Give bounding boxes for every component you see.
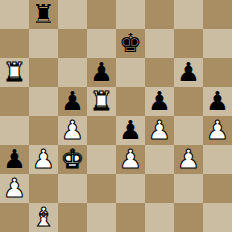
square-d6[interactable]: ♟ <box>87 58 116 87</box>
square-b6[interactable] <box>29 58 58 87</box>
black-pawn-piece: ♟ <box>119 116 142 145</box>
square-f5[interactable]: ♟ <box>145 87 174 116</box>
square-c3[interactable]: ♚ <box>58 145 87 174</box>
square-g4[interactable] <box>174 116 203 145</box>
square-e7[interactable]: ♚ <box>116 29 145 58</box>
square-g2[interactable] <box>174 174 203 203</box>
square-a5[interactable] <box>0 87 29 116</box>
square-f2[interactable] <box>145 174 174 203</box>
square-d7[interactable] <box>87 29 116 58</box>
square-d3[interactable] <box>87 145 116 174</box>
square-c5[interactable]: ♟ <box>58 87 87 116</box>
square-e5[interactable] <box>116 87 145 116</box>
square-e8[interactable] <box>116 0 145 29</box>
square-h6[interactable] <box>203 58 232 87</box>
square-a3[interactable]: ♟ <box>0 145 29 174</box>
square-f1[interactable] <box>145 203 174 232</box>
white-pawn-piece: ♟ <box>148 116 171 145</box>
square-f7[interactable] <box>145 29 174 58</box>
white-bishop-piece: ♝ <box>32 203 55 232</box>
square-c4[interactable]: ♟ <box>58 116 87 145</box>
white-pawn-piece: ♟ <box>32 145 55 174</box>
square-b2[interactable] <box>29 174 58 203</box>
black-pawn-piece: ♟ <box>3 145 26 174</box>
square-g3[interactable]: ♟ <box>174 145 203 174</box>
black-pawn-piece: ♟ <box>90 58 113 87</box>
square-b1[interactable]: ♝ <box>29 203 58 232</box>
square-g6[interactable]: ♟ <box>174 58 203 87</box>
square-h2[interactable] <box>203 174 232 203</box>
white-pawn-piece: ♟ <box>119 145 142 174</box>
square-a2[interactable]: ♟ <box>0 174 29 203</box>
square-h3[interactable] <box>203 145 232 174</box>
square-d4[interactable] <box>87 116 116 145</box>
square-c1[interactable] <box>58 203 87 232</box>
square-h1[interactable] <box>203 203 232 232</box>
white-pawn-piece: ♟ <box>3 174 26 203</box>
square-h8[interactable] <box>203 0 232 29</box>
white-pawn-piece: ♟ <box>206 116 229 145</box>
square-c8[interactable] <box>58 0 87 29</box>
square-g5[interactable] <box>174 87 203 116</box>
square-g1[interactable] <box>174 203 203 232</box>
square-b4[interactable] <box>29 116 58 145</box>
square-a6[interactable]: ♜ <box>0 58 29 87</box>
white-pawn-piece: ♟ <box>177 145 200 174</box>
square-b7[interactable] <box>29 29 58 58</box>
square-b8[interactable]: ♜ <box>29 0 58 29</box>
square-c2[interactable] <box>58 174 87 203</box>
square-a7[interactable] <box>0 29 29 58</box>
square-b5[interactable] <box>29 87 58 116</box>
white-pawn-piece: ♟ <box>61 116 84 145</box>
square-b3[interactable]: ♟ <box>29 145 58 174</box>
square-f3[interactable] <box>145 145 174 174</box>
square-d2[interactable] <box>87 174 116 203</box>
white-king-piece: ♚ <box>61 145 84 174</box>
square-e2[interactable] <box>116 174 145 203</box>
square-e1[interactable] <box>116 203 145 232</box>
square-a8[interactable] <box>0 0 29 29</box>
square-e3[interactable]: ♟ <box>116 145 145 174</box>
square-c6[interactable] <box>58 58 87 87</box>
chess-board: ♜♚♜♟♟♟♜♟♟♟♟♟♟♟♟♚♟♟♟♝ <box>0 0 232 232</box>
square-d8[interactable] <box>87 0 116 29</box>
square-h4[interactable]: ♟ <box>203 116 232 145</box>
white-rook-piece: ♜ <box>90 87 113 116</box>
square-g7[interactable] <box>174 29 203 58</box>
square-h5[interactable]: ♟ <box>203 87 232 116</box>
square-d1[interactable] <box>87 203 116 232</box>
white-rook-piece: ♜ <box>3 58 26 87</box>
square-h7[interactable] <box>203 29 232 58</box>
black-pawn-piece: ♟ <box>177 58 200 87</box>
black-rook-piece: ♜ <box>32 0 55 29</box>
square-f6[interactable] <box>145 58 174 87</box>
black-pawn-piece: ♟ <box>148 87 171 116</box>
square-f8[interactable] <box>145 0 174 29</box>
square-g8[interactable] <box>174 0 203 29</box>
square-a1[interactable] <box>0 203 29 232</box>
square-f4[interactable]: ♟ <box>145 116 174 145</box>
square-c7[interactable] <box>58 29 87 58</box>
square-a4[interactable] <box>0 116 29 145</box>
square-e6[interactable] <box>116 58 145 87</box>
black-pawn-piece: ♟ <box>206 87 229 116</box>
square-d5[interactable]: ♜ <box>87 87 116 116</box>
black-pawn-piece: ♟ <box>61 87 84 116</box>
square-e4[interactable]: ♟ <box>116 116 145 145</box>
black-king-piece: ♚ <box>119 29 142 58</box>
